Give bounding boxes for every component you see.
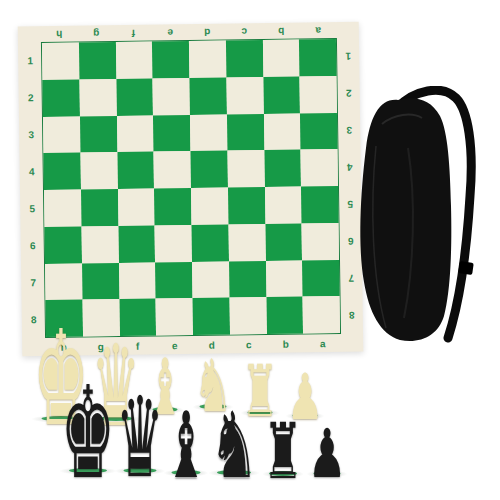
square-c6 <box>228 224 265 261</box>
white-queen-shadow <box>91 415 142 423</box>
black-pawn-shadow <box>307 470 348 478</box>
square-h6 <box>45 226 82 263</box>
file-label-b: b <box>263 23 300 38</box>
square-h2 <box>42 79 79 116</box>
rank-label-2: 2 <box>22 79 39 116</box>
rank-label-3: 3 <box>341 112 358 149</box>
rank-label-1: 1 <box>340 38 357 75</box>
white-king-shadow <box>31 415 91 423</box>
white-rook-piece: ♜ <box>242 356 279 427</box>
file-labels-bottom: hgfedcba <box>45 336 341 355</box>
black-queen-shadow <box>115 467 166 475</box>
square-e7 <box>155 261 192 298</box>
black-rook-felt-base <box>269 471 297 476</box>
white-pawn-shadow <box>286 412 325 420</box>
white-bishop-piece: ♝ <box>147 348 183 426</box>
white-bishop-shadow <box>146 406 184 414</box>
square-a3 <box>300 112 337 149</box>
square-e2 <box>153 78 190 115</box>
white-queen-felt-base <box>100 416 133 421</box>
white-pawn-piece: ♟ <box>287 365 324 429</box>
square-a4 <box>301 149 338 186</box>
square-c7 <box>229 260 266 297</box>
rank-label-8: 8 <box>26 301 43 338</box>
square-g5 <box>81 189 118 226</box>
black-rook-piece: ♜ <box>263 412 303 490</box>
white-knight-felt-base <box>200 404 227 409</box>
square-d6 <box>191 224 228 261</box>
square-g6 <box>81 226 118 263</box>
product-photo: hgfedcba 12345678 12345678 hgfedcba ♚♛♝♞… <box>0 0 500 500</box>
square-g2 <box>79 79 116 116</box>
square-h7 <box>45 263 82 300</box>
square-c5 <box>228 187 265 224</box>
rank-label-5: 5 <box>24 190 41 227</box>
square-h3 <box>43 116 80 153</box>
square-f5 <box>117 189 154 226</box>
square-b8 <box>266 297 303 334</box>
black-bishop-piece: ♝ <box>165 400 208 491</box>
white-knight-piece: ♞ <box>194 349 233 422</box>
chess-board-mat: hgfedcba 12345678 12345678 hgfedcba <box>18 22 364 357</box>
file-label-c: c <box>230 337 267 353</box>
file-label-h: h <box>41 27 78 42</box>
white-rook-shadow <box>241 409 280 417</box>
black-queen-piece: ♛ <box>116 382 164 493</box>
square-e6 <box>155 225 192 262</box>
square-d7 <box>192 261 229 298</box>
rank-label-6: 6 <box>25 227 42 264</box>
rank-label-7: 7 <box>25 264 42 301</box>
strap-buckle-icon <box>458 261 474 275</box>
square-f4 <box>117 152 154 189</box>
square-g1 <box>79 42 116 79</box>
white-king-felt-base <box>42 416 81 421</box>
file-label-b: b <box>267 336 304 352</box>
black-pawn-piece: ♟ <box>308 420 347 488</box>
black-rook-shadow <box>262 470 304 478</box>
file-label-f: f <box>119 338 156 354</box>
square-c8 <box>229 297 266 334</box>
black-king-shadow <box>59 467 117 475</box>
square-f2 <box>116 78 153 115</box>
square-c2 <box>226 77 263 114</box>
square-b6 <box>265 223 302 260</box>
square-a7 <box>302 259 339 296</box>
black-knight-piece: ♞ <box>209 400 258 491</box>
black-bishop-shadow <box>164 469 209 477</box>
square-h5 <box>44 190 81 227</box>
square-a1 <box>299 39 336 76</box>
square-d4 <box>190 151 227 188</box>
square-f1 <box>115 42 152 79</box>
black-knight-felt-base <box>217 470 251 475</box>
rank-label-4: 4 <box>23 153 40 190</box>
file-label-a: a <box>300 23 337 38</box>
square-b5 <box>264 186 301 223</box>
black-knight-shadow <box>208 469 260 477</box>
square-e5 <box>154 188 191 225</box>
file-label-a: a <box>304 336 341 352</box>
square-h8 <box>46 300 83 337</box>
square-c4 <box>227 150 264 187</box>
square-g8 <box>82 299 119 336</box>
square-h1 <box>42 43 79 80</box>
square-a8 <box>303 296 340 333</box>
square-f7 <box>119 262 156 299</box>
file-label-h: h <box>45 340 82 356</box>
square-b1 <box>262 39 299 76</box>
file-label-g: g <box>82 339 119 355</box>
rank-label-3: 3 <box>23 116 40 153</box>
square-a6 <box>302 223 339 260</box>
square-g3 <box>80 116 117 153</box>
rank-label-1: 1 <box>22 42 39 79</box>
file-label-e: e <box>156 338 193 354</box>
square-h4 <box>43 153 80 190</box>
square-d2 <box>189 77 226 114</box>
file-label-d: d <box>193 337 230 353</box>
file-label-g: g <box>78 26 115 41</box>
square-b2 <box>263 76 300 113</box>
square-g4 <box>80 152 117 189</box>
file-label-c: c <box>226 24 263 39</box>
square-e4 <box>154 151 191 188</box>
rank-label-2: 2 <box>340 75 357 112</box>
square-c3 <box>227 113 264 150</box>
black-queen-felt-base <box>124 468 157 473</box>
square-g7 <box>82 263 119 300</box>
square-f6 <box>118 225 155 262</box>
square-c1 <box>226 40 263 77</box>
file-label-e: e <box>152 25 189 40</box>
white-rook-felt-base <box>248 410 273 415</box>
white-bishop-felt-base <box>153 407 178 412</box>
square-a2 <box>300 76 337 113</box>
square-a5 <box>301 186 338 223</box>
square-d1 <box>189 40 226 77</box>
square-b3 <box>263 113 300 150</box>
black-king-felt-base <box>69 468 107 473</box>
file-label-d: d <box>189 24 226 39</box>
file-label-f: f <box>115 26 152 41</box>
square-f8 <box>119 299 156 336</box>
black-king-piece: ♚ <box>61 369 116 497</box>
square-d3 <box>190 114 227 151</box>
square-b7 <box>266 260 303 297</box>
square-b4 <box>264 150 301 187</box>
board-grid <box>41 38 341 338</box>
white-knight-shadow <box>193 403 234 411</box>
square-e1 <box>152 41 189 78</box>
black-pawn-felt-base <box>314 471 341 476</box>
black-bishop-felt-base <box>172 470 201 475</box>
square-e3 <box>153 115 190 152</box>
square-d5 <box>191 187 228 224</box>
square-d8 <box>193 298 230 335</box>
square-f3 <box>116 115 153 152</box>
carry-bag <box>356 86 482 348</box>
white-pawn-felt-base <box>293 413 318 418</box>
square-e8 <box>156 298 193 335</box>
rank-labels-left: 12345678 <box>22 42 42 338</box>
